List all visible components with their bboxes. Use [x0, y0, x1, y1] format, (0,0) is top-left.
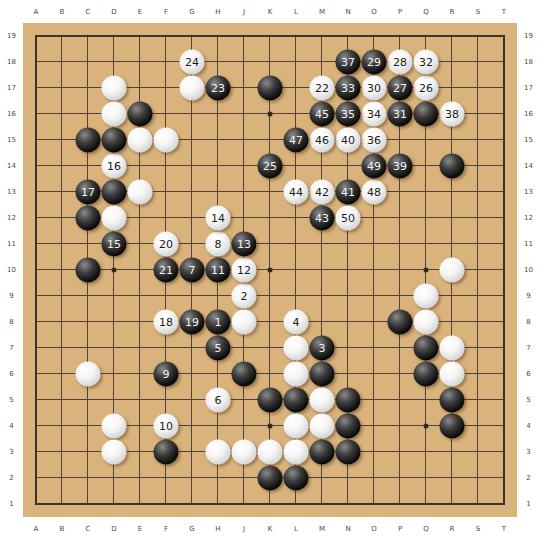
- grid-cell: [231, 335, 257, 361]
- grid-cell: [335, 309, 361, 335]
- move-number: 5: [215, 343, 222, 354]
- grid-cell: [309, 23, 335, 49]
- grid-cell: [465, 439, 491, 465]
- white-stone: 36: [362, 128, 387, 153]
- grid-cell: [75, 387, 101, 413]
- grid-cell: [361, 309, 387, 335]
- grid-cell: [439, 179, 465, 205]
- grid-cell: [101, 283, 127, 309]
- move-number: 40: [341, 135, 355, 146]
- grid-cell: [387, 23, 413, 49]
- grid-cell: [439, 231, 465, 257]
- black-stone: [388, 310, 413, 335]
- grid-cell: [179, 491, 205, 517]
- grid-cell: [465, 465, 491, 491]
- grid-cell: [491, 361, 517, 387]
- black-stone: 1: [206, 310, 231, 335]
- black-stone: [336, 414, 361, 439]
- grid-cell: [361, 387, 387, 413]
- grid-cell: [361, 205, 387, 231]
- grid-cell: [283, 283, 309, 309]
- grid-cell: [231, 465, 257, 491]
- grid-cell: [75, 283, 101, 309]
- white-stone: [102, 414, 127, 439]
- grid-cell: [491, 387, 517, 413]
- grid-cell: [49, 413, 75, 439]
- white-stone: 48: [362, 180, 387, 205]
- white-stone: [102, 440, 127, 465]
- row-label: 10: [524, 266, 533, 274]
- column-label: C: [86, 525, 91, 533]
- grid-cell: [361, 413, 387, 439]
- column-label: B: [60, 8, 65, 16]
- column-label: R: [450, 525, 455, 533]
- move-number: 2: [241, 291, 248, 302]
- column-label: K: [268, 8, 273, 16]
- grid-cell: [23, 413, 49, 439]
- grid-cell: [75, 231, 101, 257]
- row-label: 18: [524, 58, 533, 66]
- white-stone: 14: [206, 206, 231, 231]
- move-number: 18: [159, 317, 173, 328]
- white-stone: [232, 310, 257, 335]
- white-stone: 24: [180, 50, 205, 75]
- grid-cell: [101, 23, 127, 49]
- grid-cell: [75, 335, 101, 361]
- grid-cell: [231, 413, 257, 439]
- grid-cell: [387, 231, 413, 257]
- grid-cell: [309, 49, 335, 75]
- grid-cell: [179, 465, 205, 491]
- grid-cell: [127, 49, 153, 75]
- grid-cell: [179, 361, 205, 387]
- grid-cell: [101, 491, 127, 517]
- grid-cell: [179, 387, 205, 413]
- grid-cell: [179, 179, 205, 205]
- grid-cell: [153, 49, 179, 75]
- column-label: O: [371, 525, 377, 533]
- grid-cell: [413, 387, 439, 413]
- grid-cell: [387, 387, 413, 413]
- grid-cell: [179, 439, 205, 465]
- grid-cell: [179, 23, 205, 49]
- star-point: [424, 424, 429, 429]
- grid-cell: [101, 49, 127, 75]
- grid-cell: [179, 153, 205, 179]
- black-stone: 37: [336, 50, 361, 75]
- grid-cell: [387, 205, 413, 231]
- move-number: 17: [81, 187, 95, 198]
- black-stone: [336, 388, 361, 413]
- move-number: 8: [215, 239, 222, 250]
- column-label: F: [164, 8, 168, 16]
- grid-cell: [439, 309, 465, 335]
- row-label: 18: [7, 58, 16, 66]
- white-stone: 12: [232, 258, 257, 283]
- grid-cell: [335, 361, 361, 387]
- grid-cell: [465, 49, 491, 75]
- white-stone: 26: [414, 76, 439, 101]
- grid-cell: [23, 257, 49, 283]
- grid-cell: [49, 205, 75, 231]
- black-stone: 49: [362, 154, 387, 179]
- white-stone: [128, 128, 153, 153]
- grid-cell: [257, 127, 283, 153]
- black-stone: 47: [284, 128, 309, 153]
- grid-cell: [257, 335, 283, 361]
- grid-cell: [257, 179, 283, 205]
- move-number: 7: [189, 265, 196, 276]
- grid-cell: [491, 309, 517, 335]
- grid-cell: [309, 283, 335, 309]
- grid-cell: [491, 257, 517, 283]
- grid-cell: [361, 491, 387, 517]
- grid-cell: [205, 23, 231, 49]
- grid-cell: [127, 75, 153, 101]
- grid-cell: [231, 179, 257, 205]
- row-label: 16: [524, 110, 533, 118]
- grid-cell: [49, 127, 75, 153]
- grid-cell: [257, 309, 283, 335]
- grid-cell: [231, 153, 257, 179]
- black-stone: 5: [206, 336, 231, 361]
- grid-cell: [153, 153, 179, 179]
- grid-cell: [179, 335, 205, 361]
- grid-cell: [283, 491, 309, 517]
- grid-cell: [491, 23, 517, 49]
- grid-cell: [283, 101, 309, 127]
- white-stone: [440, 258, 465, 283]
- black-stone: [440, 154, 465, 179]
- row-label: 5: [9, 396, 13, 404]
- black-stone: [284, 388, 309, 413]
- grid-cell: [49, 491, 75, 517]
- grid-cell: [465, 309, 491, 335]
- grid-cell: [153, 491, 179, 517]
- go-board-diagram: ABCDEFGHJKLMNOPQRST ABCDEFGHJKLMNOPQRST …: [0, 0, 540, 540]
- white-stone: [258, 440, 283, 465]
- column-label: J: [243, 8, 245, 16]
- star-point: [268, 112, 273, 117]
- column-label: K: [268, 525, 273, 533]
- white-stone: [440, 362, 465, 387]
- grid-cell: [309, 491, 335, 517]
- grid-cell: [23, 153, 49, 179]
- grid-cell: [361, 231, 387, 257]
- grid-cell: [23, 309, 49, 335]
- column-label: A: [34, 8, 39, 16]
- grid-cell: [101, 387, 127, 413]
- move-number: 10: [159, 421, 173, 432]
- grid-cell: [309, 465, 335, 491]
- grid-cell: [75, 49, 101, 75]
- black-stone: [154, 440, 179, 465]
- grid-cell: [127, 361, 153, 387]
- grid-cell: [361, 361, 387, 387]
- black-stone: [440, 388, 465, 413]
- white-stone: 44: [284, 180, 309, 205]
- move-number: 26: [419, 83, 433, 94]
- column-label: T: [502, 8, 506, 16]
- move-number: 6: [215, 395, 222, 406]
- grid-cell: [205, 49, 231, 75]
- grid-cell: [465, 153, 491, 179]
- grid-cell: [361, 465, 387, 491]
- grid-cell: [49, 439, 75, 465]
- grid-cell: [205, 465, 231, 491]
- grid-cell: [49, 283, 75, 309]
- grid-cell: [361, 283, 387, 309]
- grid-cell: [439, 439, 465, 465]
- grid-cell: [75, 491, 101, 517]
- black-stone: [258, 388, 283, 413]
- column-label: S: [476, 525, 480, 533]
- grid-cell: [127, 309, 153, 335]
- grid-cell: [491, 465, 517, 491]
- move-number: 4: [293, 317, 300, 328]
- column-label: F: [164, 525, 168, 533]
- grid-cell: [127, 257, 153, 283]
- row-label: 12: [524, 214, 533, 222]
- column-label: P: [398, 8, 402, 16]
- row-label: 2: [9, 474, 13, 482]
- white-stone: 50: [336, 206, 361, 231]
- grid-cell: [491, 413, 517, 439]
- column-label: O: [371, 8, 377, 16]
- grid-cell: [387, 361, 413, 387]
- column-label: C: [86, 8, 91, 16]
- white-stone: [102, 76, 127, 101]
- grid-cell: [205, 283, 231, 309]
- white-stone: [232, 440, 257, 465]
- white-stone: 46: [310, 128, 335, 153]
- move-number: 30: [367, 83, 381, 94]
- white-stone: 40: [336, 128, 361, 153]
- move-number: 3: [319, 343, 326, 354]
- grid-cell: [439, 283, 465, 309]
- black-stone: [414, 336, 439, 361]
- row-label: 14: [524, 162, 533, 170]
- grid-cell: [283, 153, 309, 179]
- row-label: 6: [526, 370, 530, 378]
- grid-cell: [153, 387, 179, 413]
- column-label: N: [345, 525, 350, 533]
- grid-cell: [387, 413, 413, 439]
- grid-cell: [491, 491, 517, 517]
- grid-cell: [49, 387, 75, 413]
- grid-cell: [75, 465, 101, 491]
- move-number: 27: [393, 83, 407, 94]
- grid-cell: [205, 361, 231, 387]
- black-stone: 45: [310, 102, 335, 127]
- grid-cell: [309, 309, 335, 335]
- column-label: D: [111, 8, 116, 16]
- grid-cell: [491, 283, 517, 309]
- move-number: 33: [341, 83, 355, 94]
- grid-cell: [387, 257, 413, 283]
- black-stone: 21: [154, 258, 179, 283]
- grid-cell: [179, 231, 205, 257]
- grid-cell: [491, 153, 517, 179]
- black-stone: 35: [336, 102, 361, 127]
- move-number: 41: [341, 187, 355, 198]
- row-label: 11: [7, 240, 16, 248]
- row-label: 15: [7, 136, 16, 144]
- grid-cell: [335, 335, 361, 361]
- column-label: G: [189, 8, 194, 16]
- move-number: 32: [419, 57, 433, 68]
- move-number: 37: [341, 57, 355, 68]
- move-number: 13: [237, 239, 251, 250]
- white-stone: 38: [440, 102, 465, 127]
- grid-cell: [127, 23, 153, 49]
- column-labels-top: ABCDEFGHJKLMNOPQRST: [23, 0, 517, 23]
- grid-cell: [491, 335, 517, 361]
- black-stone: [76, 258, 101, 283]
- grid-cell: [153, 283, 179, 309]
- black-stone: 19: [180, 310, 205, 335]
- grid-cell: [413, 491, 439, 517]
- grid-cell: [491, 205, 517, 231]
- grid-cell: [465, 75, 491, 101]
- grid-cell: [49, 335, 75, 361]
- column-label: R: [450, 8, 455, 16]
- column-label: N: [345, 8, 350, 16]
- grid-cell: [491, 231, 517, 257]
- move-number: 36: [367, 135, 381, 146]
- move-number: 15: [107, 239, 121, 250]
- row-label: 17: [524, 84, 533, 92]
- column-label: L: [294, 525, 298, 533]
- black-stone: [284, 466, 309, 491]
- grid-cell: [23, 439, 49, 465]
- column-labels-bottom: ABCDEFGHJKLMNOPQRST: [23, 517, 517, 540]
- grid-cell: [153, 75, 179, 101]
- move-number: 31: [393, 109, 407, 120]
- black-stone: 39: [388, 154, 413, 179]
- row-labels-right: 19181716151413121110987654321: [517, 23, 540, 517]
- grid-cell: [387, 465, 413, 491]
- grid-cell: [413, 127, 439, 153]
- move-number: 45: [315, 109, 329, 120]
- black-stone: 43: [310, 206, 335, 231]
- grid-cell: [231, 491, 257, 517]
- grid-cell: [465, 179, 491, 205]
- grid-cell: [153, 335, 179, 361]
- column-label: M: [319, 8, 325, 16]
- move-number: 23: [211, 83, 225, 94]
- black-stone: 29: [362, 50, 387, 75]
- grid-cell: [205, 179, 231, 205]
- row-label: 8: [526, 318, 530, 326]
- column-label: Q: [423, 525, 429, 533]
- white-stone: [102, 102, 127, 127]
- grid-cell: [75, 309, 101, 335]
- white-stone: [102, 206, 127, 231]
- grid-cell: [387, 439, 413, 465]
- white-stone: 42: [310, 180, 335, 205]
- move-number: 24: [185, 57, 199, 68]
- grid-cell: [231, 387, 257, 413]
- grid-cell: [23, 335, 49, 361]
- grid-cell: [49, 257, 75, 283]
- white-stone: 8: [206, 232, 231, 257]
- black-stone: 33: [336, 76, 361, 101]
- grid-cell: [49, 231, 75, 257]
- white-stone: 4: [284, 310, 309, 335]
- grid-cell: [231, 127, 257, 153]
- move-number: 11: [211, 265, 225, 276]
- move-number: 50: [341, 213, 355, 224]
- white-stone: [310, 388, 335, 413]
- black-stone: [414, 102, 439, 127]
- grid-cell: [49, 75, 75, 101]
- black-stone: [258, 76, 283, 101]
- row-label: 3: [526, 448, 530, 456]
- white-stone: [284, 336, 309, 361]
- black-stone: 9: [154, 362, 179, 387]
- grid-cell: [413, 153, 439, 179]
- move-number: 16: [107, 161, 121, 172]
- grid-cell: [179, 283, 205, 309]
- grid-cell: [439, 205, 465, 231]
- move-number: 34: [367, 109, 381, 120]
- move-number: 20: [159, 239, 173, 250]
- grid-cell: [413, 231, 439, 257]
- grid-cell: [231, 23, 257, 49]
- white-stone: [76, 362, 101, 387]
- grid-cell: [465, 231, 491, 257]
- grid-cell: [309, 231, 335, 257]
- grid-cell: [231, 101, 257, 127]
- grid-cell: [439, 49, 465, 75]
- grid-cell: [465, 101, 491, 127]
- grid-cell: [257, 205, 283, 231]
- grid-cell: [257, 23, 283, 49]
- white-stone: [180, 76, 205, 101]
- row-labels-left: 19181716151413121110987654321: [0, 23, 23, 517]
- grid-cell: [23, 75, 49, 101]
- grid-cell: [439, 491, 465, 517]
- grid-cell: [465, 361, 491, 387]
- grid-cell: [491, 127, 517, 153]
- grid-cell: [283, 75, 309, 101]
- black-stone: 17: [76, 180, 101, 205]
- grid-cell: [49, 49, 75, 75]
- grid-cell: [23, 283, 49, 309]
- column-label: P: [398, 525, 402, 533]
- grid-cell: [101, 335, 127, 361]
- move-number: 21: [159, 265, 173, 276]
- white-stone: [284, 440, 309, 465]
- black-stone: 13: [232, 232, 257, 257]
- board[interactable]: 1234567891011121314151617181920212223242…: [23, 23, 517, 517]
- white-stone: [284, 414, 309, 439]
- grid-cell: [387, 179, 413, 205]
- row-label: 1: [9, 500, 13, 508]
- move-number: 19: [185, 317, 199, 328]
- grid-cell: [23, 387, 49, 413]
- white-stone: 32: [414, 50, 439, 75]
- grid-cell: [491, 101, 517, 127]
- grid-cell: [127, 413, 153, 439]
- column-label: E: [138, 525, 142, 533]
- row-label: 19: [524, 32, 533, 40]
- grid-cell: [153, 179, 179, 205]
- move-number: 35: [341, 109, 355, 120]
- star-point: [268, 268, 273, 273]
- grid-cell: [465, 23, 491, 49]
